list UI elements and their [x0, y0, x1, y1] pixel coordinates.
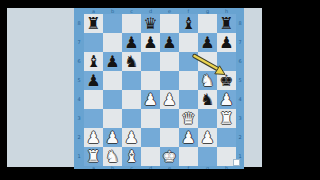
square-b7[interactable]: [103, 33, 122, 52]
square-c8[interactable]: [122, 14, 141, 33]
square-g2[interactable]: ♟: [198, 128, 217, 147]
board-grid: ♜♛♝♜♟♟♟♟♟♝♟♞♟♞♚♟♟♞♟♛♜♟♟♟♟♟♜♞♝♚: [84, 14, 236, 166]
piece-white-rook-h3[interactable]: ♜: [219, 109, 233, 128]
square-d5[interactable]: [141, 71, 160, 90]
square-b4[interactable]: [103, 90, 122, 109]
square-c5[interactable]: [122, 71, 141, 90]
piece-white-pawn-h4[interactable]: ♟: [219, 90, 233, 109]
square-c4[interactable]: [122, 90, 141, 109]
square-a6[interactable]: ♝: [84, 52, 103, 71]
square-g4[interactable]: ♞: [198, 90, 217, 109]
file-label-e: e: [160, 166, 179, 169]
square-c3[interactable]: [122, 109, 141, 128]
square-e6[interactable]: [160, 52, 179, 71]
square-c7[interactable]: ♟: [122, 33, 141, 52]
piece-white-queen-f3[interactable]: ♛: [181, 109, 195, 128]
square-e7[interactable]: ♟: [160, 33, 179, 52]
piece-white-pawn-f2[interactable]: ♟: [181, 128, 195, 147]
square-a8[interactable]: ♜: [84, 14, 103, 33]
square-b5[interactable]: [103, 71, 122, 90]
rank-label-6: 6: [238, 52, 241, 71]
square-a2[interactable]: ♟: [84, 128, 103, 147]
piece-black-pawn-a5[interactable]: ♟: [86, 71, 100, 90]
square-e4[interactable]: ♟: [160, 90, 179, 109]
square-h4[interactable]: ♟: [217, 90, 236, 109]
piece-black-pawn-b6[interactable]: ♟: [105, 52, 119, 71]
piece-black-rook-a8[interactable]: ♜: [86, 14, 100, 33]
rank-label-8: 8: [238, 14, 241, 33]
file-label-e: e: [160, 9, 179, 14]
rank-label-3: 3: [238, 109, 241, 128]
file-label-c: c: [122, 9, 141, 14]
piece-black-pawn-e7[interactable]: ♟: [162, 33, 176, 52]
square-d1[interactable]: [141, 147, 160, 166]
rank-label-6: 6: [77, 52, 80, 71]
rank-labels-left: 87654321: [74, 14, 84, 166]
file-label-h: h: [217, 166, 236, 169]
piece-black-pawn-g7[interactable]: ♟: [200, 33, 214, 52]
chess-board: abcdefgh abcdefgh 87654321 87654321 ♜♛♝♜…: [74, 8, 244, 169]
piece-black-rook-h8[interactable]: ♜: [219, 14, 233, 33]
square-a5[interactable]: ♟: [84, 71, 103, 90]
square-a3[interactable]: [84, 109, 103, 128]
square-f8[interactable]: ♝: [179, 14, 198, 33]
square-d2[interactable]: [141, 128, 160, 147]
square-e3[interactable]: [160, 109, 179, 128]
square-c6[interactable]: ♞: [122, 52, 141, 71]
square-d4[interactable]: ♟: [141, 90, 160, 109]
piece-white-pawn-g2[interactable]: ♟: [200, 128, 214, 147]
file-label-a: a: [84, 166, 103, 169]
square-a4[interactable]: [84, 90, 103, 109]
square-b2[interactable]: ♟: [103, 128, 122, 147]
square-b1[interactable]: ♞: [103, 147, 122, 166]
piece-white-knight-g5[interactable]: ♞: [200, 71, 214, 90]
file-label-b: b: [103, 166, 122, 169]
rank-label-2: 2: [238, 128, 241, 147]
rank-label-2: 2: [77, 128, 80, 147]
piece-black-bishop-a6[interactable]: ♝: [86, 52, 100, 71]
square-f6[interactable]: [179, 52, 198, 71]
square-f5[interactable]: [179, 71, 198, 90]
piece-black-knight-g4[interactable]: ♞: [200, 90, 214, 109]
square-e5[interactable]: [160, 71, 179, 90]
piece-white-pawn-e4[interactable]: ♟: [162, 90, 176, 109]
chess-diagram: abcdefgh abcdefgh 87654321 87654321 ♜♛♝♜…: [0, 0, 320, 180]
file-labels-bottom: abcdefgh: [84, 166, 236, 169]
square-c1[interactable]: ♝: [122, 147, 141, 166]
piece-white-pawn-b2[interactable]: ♟: [105, 128, 119, 147]
file-label-c: c: [122, 166, 141, 169]
piece-black-bishop-f8[interactable]: ♝: [181, 14, 195, 33]
square-g7[interactable]: ♟: [198, 33, 217, 52]
piece-white-king-e1[interactable]: ♚: [162, 147, 176, 166]
piece-white-bishop-c1[interactable]: ♝: [124, 147, 138, 166]
square-g3[interactable]: [198, 109, 217, 128]
piece-white-rook-a1[interactable]: ♜: [86, 147, 100, 166]
piece-black-knight-c6[interactable]: ♞: [124, 52, 138, 71]
square-d8[interactable]: ♛: [141, 14, 160, 33]
square-a7[interactable]: [84, 33, 103, 52]
square-a1[interactable]: ♜: [84, 147, 103, 166]
file-label-g: g: [198, 166, 217, 169]
rank-label-3: 3: [77, 109, 80, 128]
square-d6[interactable]: [141, 52, 160, 71]
square-f2[interactable]: ♟: [179, 128, 198, 147]
piece-black-queen-d8[interactable]: ♛: [143, 14, 157, 33]
piece-black-king-h5[interactable]: ♚: [219, 71, 233, 90]
piece-white-pawn-a2[interactable]: ♟: [86, 128, 100, 147]
piece-black-pawn-c7[interactable]: ♟: [124, 33, 138, 52]
square-g6[interactable]: [198, 52, 217, 71]
square-b8[interactable]: [103, 14, 122, 33]
side-to-move-indicator: [233, 159, 240, 166]
square-h6[interactable]: [217, 52, 236, 71]
square-c2[interactable]: ♟: [122, 128, 141, 147]
rank-label-5: 5: [77, 71, 80, 90]
square-f7[interactable]: [179, 33, 198, 52]
square-f3[interactable]: ♛: [179, 109, 198, 128]
square-g1[interactable]: [198, 147, 217, 166]
square-h2[interactable]: [217, 128, 236, 147]
file-label-d: d: [141, 166, 160, 169]
rank-label-8: 8: [77, 14, 80, 33]
square-h3[interactable]: ♜: [217, 109, 236, 128]
piece-white-pawn-c2[interactable]: ♟: [124, 128, 138, 147]
square-f4[interactable]: [179, 90, 198, 109]
file-label-g: g: [198, 9, 217, 14]
piece-black-pawn-h7[interactable]: ♟: [219, 33, 233, 52]
square-f1[interactable]: [179, 147, 198, 166]
piece-white-knight-b1[interactable]: ♞: [105, 147, 119, 166]
rank-label-7: 7: [77, 33, 80, 52]
rank-label-7: 7: [238, 33, 241, 52]
square-d7[interactable]: ♟: [141, 33, 160, 52]
rank-label-4: 4: [77, 90, 80, 109]
square-b3[interactable]: [103, 109, 122, 128]
rank-labels-right: 87654321: [236, 14, 244, 166]
square-e1[interactable]: ♚: [160, 147, 179, 166]
rank-label-5: 5: [238, 71, 241, 90]
square-h8[interactable]: ♜: [217, 14, 236, 33]
square-h5[interactable]: ♚: [217, 71, 236, 90]
square-g8[interactable]: [198, 14, 217, 33]
square-e8[interactable]: [160, 14, 179, 33]
square-e2[interactable]: [160, 128, 179, 147]
file-label-f: f: [179, 166, 198, 169]
rank-label-1: 1: [77, 147, 80, 166]
square-h7[interactable]: ♟: [217, 33, 236, 52]
piece-white-pawn-d4[interactable]: ♟: [143, 90, 157, 109]
square-g5[interactable]: ♞: [198, 71, 217, 90]
rank-label-4: 4: [238, 90, 241, 109]
square-d3[interactable]: [141, 109, 160, 128]
square-b6[interactable]: ♟: [103, 52, 122, 71]
piece-black-pawn-d7[interactable]: ♟: [143, 33, 157, 52]
file-label-b: b: [103, 9, 122, 14]
